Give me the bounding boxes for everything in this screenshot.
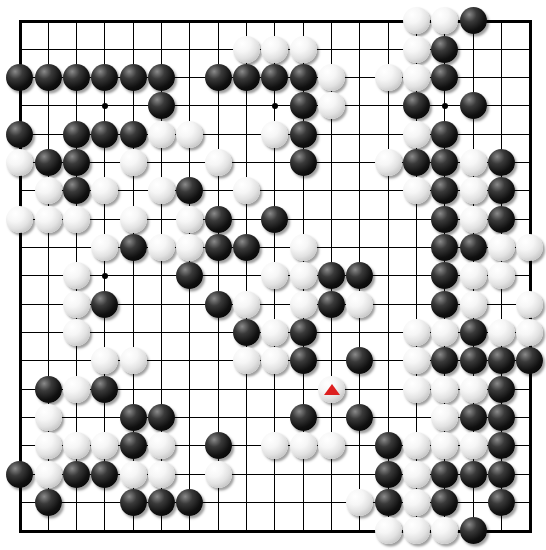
board-intersection[interactable] <box>346 347 374 375</box>
board-intersection[interactable] <box>487 517 515 545</box>
board-intersection[interactable] <box>487 148 515 176</box>
board-intersection[interactable] <box>91 517 119 545</box>
board-intersection[interactable] <box>289 262 317 290</box>
board-intersection[interactable] <box>431 347 459 375</box>
board-intersection[interactable] <box>232 290 260 318</box>
board-intersection[interactable] <box>204 92 232 120</box>
board-intersection[interactable] <box>459 403 487 431</box>
board-intersection[interactable] <box>34 460 62 488</box>
board-intersection[interactable] <box>402 460 430 488</box>
board-intersection[interactable] <box>289 177 317 205</box>
board-intersection[interactable] <box>487 290 515 318</box>
board-intersection[interactable] <box>261 460 289 488</box>
board-intersection[interactable] <box>232 262 260 290</box>
board-intersection[interactable] <box>261 375 289 403</box>
board-intersection[interactable] <box>289 375 317 403</box>
board-intersection[interactable] <box>346 403 374 431</box>
board-intersection[interactable] <box>6 318 34 346</box>
board-intersection[interactable] <box>6 488 34 516</box>
board-intersection[interactable] <box>459 517 487 545</box>
board-intersection[interactable] <box>402 262 430 290</box>
board-intersection[interactable] <box>261 403 289 431</box>
board-intersection[interactable] <box>431 318 459 346</box>
board-intersection[interactable] <box>204 460 232 488</box>
board-intersection[interactable] <box>431 432 459 460</box>
board-intersection[interactable] <box>62 318 90 346</box>
board-intersection[interactable] <box>289 318 317 346</box>
board-intersection[interactable] <box>147 460 175 488</box>
board-intersection[interactable] <box>317 460 345 488</box>
board-intersection[interactable] <box>459 290 487 318</box>
board-intersection[interactable] <box>147 148 175 176</box>
board-intersection[interactable] <box>317 432 345 460</box>
board-intersection[interactable] <box>91 233 119 261</box>
board-intersection[interactable] <box>34 233 62 261</box>
board-intersection[interactable] <box>431 517 459 545</box>
board-intersection[interactable] <box>232 205 260 233</box>
board-intersection[interactable] <box>261 347 289 375</box>
board-intersection[interactable] <box>6 432 34 460</box>
board-intersection[interactable] <box>487 347 515 375</box>
board-intersection[interactable] <box>62 63 90 91</box>
board-intersection[interactable] <box>119 7 147 35</box>
board-intersection[interactable] <box>176 432 204 460</box>
board-intersection[interactable] <box>204 177 232 205</box>
board-intersection[interactable] <box>34 318 62 346</box>
board-intersection[interactable] <box>516 517 544 545</box>
board-intersection[interactable] <box>204 63 232 91</box>
board-intersection[interactable] <box>516 403 544 431</box>
board-intersection[interactable] <box>34 205 62 233</box>
board-intersection[interactable] <box>487 205 515 233</box>
board-intersection[interactable] <box>147 290 175 318</box>
board-intersection[interactable] <box>62 375 90 403</box>
board-intersection[interactable] <box>374 290 402 318</box>
board-intersection[interactable] <box>402 177 430 205</box>
board-intersection[interactable] <box>516 318 544 346</box>
board-intersection[interactable] <box>346 233 374 261</box>
board-intersection[interactable] <box>374 517 402 545</box>
board-intersection[interactable] <box>147 120 175 148</box>
board-intersection[interactable] <box>147 517 175 545</box>
board-intersection[interactable] <box>6 148 34 176</box>
board-intersection[interactable] <box>459 205 487 233</box>
board-intersection[interactable] <box>431 148 459 176</box>
board-intersection[interactable] <box>402 432 430 460</box>
board-intersection[interactable] <box>119 177 147 205</box>
board-intersection[interactable] <box>176 290 204 318</box>
board-intersection[interactable] <box>289 460 317 488</box>
board-intersection[interactable] <box>62 517 90 545</box>
board-intersection[interactable] <box>62 403 90 431</box>
board-intersection[interactable] <box>232 318 260 346</box>
board-intersection[interactable] <box>62 460 90 488</box>
board-intersection[interactable] <box>147 233 175 261</box>
board-intersection[interactable] <box>176 7 204 35</box>
board-intersection[interactable] <box>176 347 204 375</box>
board-intersection[interactable] <box>516 120 544 148</box>
board-intersection[interactable] <box>346 148 374 176</box>
board-intersection[interactable] <box>289 488 317 516</box>
board-intersection[interactable] <box>431 35 459 63</box>
board-intersection[interactable] <box>232 375 260 403</box>
board-intersection[interactable] <box>6 403 34 431</box>
board-intersection[interactable] <box>516 290 544 318</box>
board-intersection[interactable] <box>232 92 260 120</box>
board-intersection[interactable] <box>346 120 374 148</box>
board-intersection[interactable] <box>119 432 147 460</box>
board-intersection[interactable] <box>91 205 119 233</box>
board-intersection[interactable] <box>261 63 289 91</box>
board-intersection[interactable] <box>346 318 374 346</box>
board-intersection[interactable] <box>34 120 62 148</box>
board-intersection[interactable] <box>346 488 374 516</box>
board-intersection[interactable] <box>62 262 90 290</box>
board-intersection[interactable] <box>346 7 374 35</box>
board-intersection[interactable] <box>374 262 402 290</box>
board-intersection[interactable] <box>459 177 487 205</box>
board-intersection[interactable] <box>459 7 487 35</box>
board-intersection[interactable] <box>232 488 260 516</box>
board-intersection[interactable] <box>34 35 62 63</box>
board-intersection[interactable] <box>147 7 175 35</box>
board-intersection[interactable] <box>261 488 289 516</box>
board-intersection[interactable] <box>119 290 147 318</box>
board-intersection[interactable] <box>176 460 204 488</box>
board-intersection[interactable] <box>374 375 402 403</box>
board-intersection[interactable] <box>34 63 62 91</box>
board-intersection[interactable] <box>91 403 119 431</box>
board-intersection[interactable] <box>119 488 147 516</box>
board-intersection[interactable] <box>402 375 430 403</box>
board-intersection[interactable] <box>374 7 402 35</box>
board-intersection[interactable] <box>6 120 34 148</box>
board-intersection[interactable] <box>91 148 119 176</box>
board-intersection[interactable] <box>34 403 62 431</box>
board-intersection[interactable] <box>431 262 459 290</box>
board-intersection[interactable] <box>119 120 147 148</box>
board-intersection[interactable] <box>34 517 62 545</box>
board-intersection[interactable] <box>147 92 175 120</box>
board-intersection[interactable] <box>516 347 544 375</box>
board-intersection[interactable] <box>232 148 260 176</box>
board-intersection[interactable] <box>431 177 459 205</box>
board-intersection[interactable] <box>402 35 430 63</box>
board-intersection[interactable] <box>119 35 147 63</box>
board-intersection[interactable] <box>289 432 317 460</box>
board-intersection[interactable] <box>431 233 459 261</box>
board-intersection[interactable] <box>147 488 175 516</box>
board-intersection[interactable] <box>402 517 430 545</box>
board-intersection[interactable] <box>34 347 62 375</box>
board-intersection[interactable] <box>516 63 544 91</box>
board-intersection[interactable] <box>516 92 544 120</box>
board-intersection[interactable] <box>374 403 402 431</box>
board-intersection[interactable] <box>459 488 487 516</box>
board-intersection[interactable] <box>204 35 232 63</box>
board-intersection[interactable] <box>119 205 147 233</box>
board-intersection[interactable] <box>204 290 232 318</box>
board-intersection[interactable] <box>147 262 175 290</box>
board-intersection[interactable] <box>119 92 147 120</box>
board-intersection[interactable] <box>289 120 317 148</box>
board-intersection[interactable] <box>374 233 402 261</box>
board-intersection[interactable] <box>346 517 374 545</box>
board-intersection[interactable] <box>487 63 515 91</box>
board-intersection[interactable] <box>119 63 147 91</box>
board-intersection[interactable] <box>232 347 260 375</box>
board-intersection[interactable] <box>91 7 119 35</box>
board-intersection[interactable] <box>62 120 90 148</box>
board-intersection[interactable] <box>374 177 402 205</box>
board-intersection[interactable] <box>91 432 119 460</box>
board-intersection[interactable] <box>6 63 34 91</box>
board-intersection[interactable] <box>459 148 487 176</box>
board-intersection[interactable] <box>261 7 289 35</box>
board-intersection[interactable] <box>431 205 459 233</box>
board-intersection[interactable] <box>176 120 204 148</box>
board-intersection[interactable] <box>204 120 232 148</box>
board-intersection[interactable] <box>459 35 487 63</box>
board-intersection[interactable] <box>34 7 62 35</box>
board-intersection[interactable] <box>147 403 175 431</box>
board-intersection[interactable] <box>346 63 374 91</box>
board-intersection[interactable] <box>261 262 289 290</box>
board-intersection[interactable] <box>147 432 175 460</box>
board-intersection[interactable] <box>317 120 345 148</box>
board-intersection[interactable] <box>402 403 430 431</box>
board-intersection[interactable] <box>232 432 260 460</box>
board-intersection[interactable] <box>374 35 402 63</box>
board-intersection[interactable] <box>317 517 345 545</box>
board-intersection[interactable] <box>176 262 204 290</box>
board-intersection[interactable] <box>62 205 90 233</box>
board-intersection[interactable] <box>232 517 260 545</box>
board-intersection[interactable] <box>34 375 62 403</box>
board-intersection[interactable] <box>459 460 487 488</box>
board-intersection[interactable] <box>459 432 487 460</box>
board-intersection[interactable] <box>91 35 119 63</box>
board-intersection[interactable] <box>516 177 544 205</box>
board-intersection[interactable] <box>119 148 147 176</box>
board-intersection[interactable] <box>261 205 289 233</box>
board-intersection[interactable] <box>261 120 289 148</box>
board-intersection[interactable] <box>147 347 175 375</box>
board-intersection[interactable] <box>317 488 345 516</box>
board-intersection[interactable] <box>119 403 147 431</box>
board-intersection[interactable] <box>232 460 260 488</box>
board-intersection[interactable] <box>91 347 119 375</box>
board-intersection[interactable] <box>317 7 345 35</box>
board-intersection[interactable] <box>402 7 430 35</box>
board-intersection[interactable] <box>317 177 345 205</box>
board-intersection[interactable] <box>176 205 204 233</box>
board-intersection[interactable] <box>431 488 459 516</box>
board-intersection[interactable] <box>487 460 515 488</box>
board-intersection[interactable] <box>374 347 402 375</box>
board-intersection[interactable] <box>516 148 544 176</box>
board-intersection[interactable] <box>6 290 34 318</box>
board-intersection[interactable] <box>402 318 430 346</box>
board-intersection[interactable] <box>402 92 430 120</box>
board-intersection[interactable] <box>91 290 119 318</box>
board-intersection[interactable] <box>119 347 147 375</box>
board-intersection[interactable] <box>62 177 90 205</box>
board-intersection[interactable] <box>459 375 487 403</box>
board-intersection[interactable] <box>289 517 317 545</box>
board-intersection[interactable] <box>289 233 317 261</box>
board-intersection[interactable] <box>119 375 147 403</box>
board-intersection[interactable] <box>91 120 119 148</box>
board-intersection[interactable] <box>374 460 402 488</box>
board-intersection[interactable] <box>346 432 374 460</box>
board-intersection[interactable] <box>204 318 232 346</box>
board-intersection[interactable] <box>204 233 232 261</box>
board-intersection[interactable] <box>232 63 260 91</box>
board-intersection[interactable] <box>431 375 459 403</box>
board-intersection[interactable] <box>91 488 119 516</box>
board-intersection[interactable] <box>402 63 430 91</box>
board-intersection[interactable] <box>374 120 402 148</box>
board-intersection[interactable] <box>176 488 204 516</box>
board-intersection[interactable] <box>487 233 515 261</box>
board-intersection[interactable] <box>374 205 402 233</box>
board-intersection[interactable] <box>34 177 62 205</box>
board-intersection[interactable] <box>516 262 544 290</box>
board-intersection[interactable] <box>346 262 374 290</box>
board-intersection[interactable] <box>176 318 204 346</box>
board-intersection[interactable] <box>346 460 374 488</box>
board-intersection[interactable] <box>34 432 62 460</box>
board-intersection[interactable] <box>516 7 544 35</box>
board-intersection[interactable] <box>289 148 317 176</box>
board-intersection[interactable] <box>516 432 544 460</box>
board-intersection[interactable] <box>516 375 544 403</box>
board-intersection[interactable] <box>402 290 430 318</box>
board-intersection[interactable] <box>487 35 515 63</box>
board-intersection[interactable] <box>374 63 402 91</box>
board-intersection[interactable] <box>487 403 515 431</box>
board-intersection[interactable] <box>346 375 374 403</box>
board-intersection[interactable] <box>176 233 204 261</box>
board-intersection[interactable] <box>176 517 204 545</box>
board-intersection[interactable] <box>261 233 289 261</box>
board-intersection[interactable] <box>62 92 90 120</box>
board-intersection[interactable] <box>317 403 345 431</box>
board-intersection[interactable] <box>147 318 175 346</box>
board-intersection[interactable] <box>516 233 544 261</box>
board-intersection[interactable] <box>176 177 204 205</box>
board-intersection[interactable] <box>487 177 515 205</box>
board-intersection[interactable] <box>261 148 289 176</box>
board-intersection[interactable] <box>204 205 232 233</box>
board-intersection[interactable] <box>459 347 487 375</box>
board-intersection[interactable] <box>147 35 175 63</box>
board-intersection[interactable] <box>317 205 345 233</box>
board-intersection[interactable] <box>204 488 232 516</box>
board-intersection[interactable] <box>289 290 317 318</box>
board-intersection[interactable] <box>34 92 62 120</box>
board-intersection[interactable] <box>289 35 317 63</box>
board-intersection[interactable] <box>487 318 515 346</box>
board-intersection[interactable] <box>91 460 119 488</box>
board-intersection[interactable] <box>6 7 34 35</box>
board-intersection[interactable] <box>204 148 232 176</box>
board-intersection[interactable] <box>6 375 34 403</box>
board-intersection[interactable] <box>6 205 34 233</box>
board-intersection[interactable] <box>317 63 345 91</box>
board-intersection[interactable] <box>62 35 90 63</box>
board-intersection[interactable] <box>346 92 374 120</box>
board-intersection[interactable] <box>6 177 34 205</box>
board-intersection[interactable] <box>232 7 260 35</box>
board-intersection[interactable] <box>147 375 175 403</box>
board-intersection[interactable] <box>317 347 345 375</box>
board-intersection[interactable] <box>346 205 374 233</box>
board-intersection[interactable] <box>317 233 345 261</box>
board-intersection[interactable] <box>261 35 289 63</box>
board-intersection[interactable] <box>317 262 345 290</box>
board-intersection[interactable] <box>516 35 544 63</box>
board-intersection[interactable] <box>204 375 232 403</box>
board-intersection[interactable] <box>34 488 62 516</box>
board-intersection[interactable] <box>62 148 90 176</box>
board-intersection[interactable] <box>431 403 459 431</box>
board-intersection[interactable] <box>62 7 90 35</box>
board-intersection[interactable] <box>516 488 544 516</box>
board-intersection[interactable] <box>119 262 147 290</box>
board-intersection[interactable] <box>147 205 175 233</box>
board-intersection[interactable] <box>261 177 289 205</box>
board-intersection[interactable] <box>431 290 459 318</box>
board-intersection[interactable] <box>176 375 204 403</box>
board-intersection[interactable] <box>204 403 232 431</box>
board-intersection[interactable] <box>261 318 289 346</box>
board-intersection[interactable] <box>6 92 34 120</box>
board-intersection[interactable] <box>6 262 34 290</box>
board-intersection[interactable] <box>62 290 90 318</box>
board-intersection[interactable] <box>62 347 90 375</box>
board-intersection[interactable] <box>317 92 345 120</box>
board-intersection[interactable] <box>261 290 289 318</box>
board-intersection[interactable] <box>459 63 487 91</box>
board-intersection[interactable] <box>431 120 459 148</box>
board-intersection[interactable] <box>204 347 232 375</box>
board-intersection[interactable] <box>147 177 175 205</box>
board-intersection[interactable] <box>487 432 515 460</box>
board-intersection[interactable] <box>431 460 459 488</box>
board-intersection[interactable] <box>402 233 430 261</box>
board-intersection[interactable] <box>459 262 487 290</box>
board-intersection[interactable] <box>317 290 345 318</box>
board-intersection[interactable] <box>91 177 119 205</box>
board-intersection[interactable] <box>487 375 515 403</box>
board-intersection[interactable] <box>402 488 430 516</box>
board-intersection[interactable] <box>402 120 430 148</box>
board-intersection[interactable] <box>62 432 90 460</box>
board-intersection[interactable] <box>232 35 260 63</box>
board-intersection[interactable] <box>119 233 147 261</box>
board-intersection[interactable] <box>516 460 544 488</box>
board-intersection[interactable] <box>431 63 459 91</box>
board-intersection[interactable] <box>487 7 515 35</box>
board-intersection[interactable] <box>317 35 345 63</box>
board-intersection[interactable] <box>119 460 147 488</box>
board-intersection[interactable] <box>119 517 147 545</box>
board-intersection[interactable] <box>289 347 317 375</box>
board-intersection[interactable] <box>487 120 515 148</box>
board-intersection[interactable] <box>232 120 260 148</box>
